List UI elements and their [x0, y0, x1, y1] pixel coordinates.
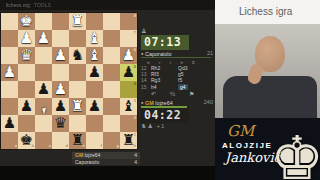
draw-offer-button[interactable]: ½	[170, 91, 175, 98]
black-pawn[interactable]: ♟	[18, 98, 35, 115]
square-e5[interactable]	[69, 64, 86, 81]
player-bottom-row[interactable]: ● GM lojze64 240	[141, 99, 215, 106]
square-b4[interactable]	[18, 81, 35, 98]
square-a8[interactable]	[1, 13, 18, 30]
player-bottom-name[interactable]: lojze64	[155, 100, 172, 106]
square-c1[interactable]: c	[35, 132, 52, 149]
white-queen[interactable]: ♛	[18, 47, 35, 64]
file-coordinate: c	[49, 144, 51, 148]
streamer-photo	[215, 24, 320, 118]
nav-menu-item[interactable]: TOOLS	[34, 0, 51, 10]
clock-bottom: 04:22	[141, 108, 189, 123]
chess-king-graphic: ♚	[270, 128, 320, 180]
move-black[interactable]: g4	[178, 84, 188, 90]
white-king[interactable]: ♚	[18, 13, 35, 30]
player-bottom-rating: 240	[204, 99, 213, 106]
square-f4[interactable]	[86, 81, 103, 98]
square-b6[interactable]: ♛	[18, 47, 35, 64]
score-row: Caporaiolo 4	[72, 159, 140, 166]
move-list[interactable]: 12Rh2Qd313Rf3g514Rg3f515h4g4	[141, 65, 213, 90]
captured-pieces-bottom: ♞♟ +1	[141, 123, 215, 130]
square-d6[interactable]: ♟	[52, 47, 69, 64]
rank-coordinate: 3	[134, 99, 136, 103]
black-queen[interactable]: ♛	[52, 115, 69, 132]
square-h2[interactable]: 2	[120, 115, 137, 132]
stream-title: Lichess igra	[239, 6, 292, 17]
move-white[interactable]: h4	[151, 84, 178, 90]
score-row-name: lojze64	[84, 152, 100, 158]
file-coordinate: g	[117, 144, 119, 148]
resign-flag-button[interactable]: ⚑	[189, 91, 194, 98]
square-h1[interactable]: ♜1h	[120, 132, 137, 149]
black-pawn[interactable]: ♟	[86, 64, 103, 81]
square-d3[interactable]: ♟	[52, 98, 69, 115]
square-e3[interactable]: ♜	[69, 98, 86, 115]
move-black[interactable]: f5	[178, 77, 205, 83]
square-g8[interactable]	[103, 13, 120, 30]
black-pawn[interactable]: ♟	[1, 115, 18, 132]
square-e1[interactable]: ♜e	[69, 132, 86, 149]
player-top-name[interactable]: Caporaiolo	[145, 51, 172, 57]
square-f1[interactable]: f	[86, 132, 103, 149]
player-top-rating: 21	[207, 50, 213, 57]
white-pawn[interactable]: ♟	[52, 81, 69, 98]
player-bottom-title: GM	[145, 100, 154, 106]
square-e4[interactable]	[69, 81, 86, 98]
lichess-logo[interactable]: lichess.org	[6, 0, 30, 10]
square-d7[interactable]	[52, 30, 69, 47]
square-a6[interactable]	[1, 47, 18, 64]
square-g7[interactable]	[103, 30, 120, 47]
square-c8[interactable]	[35, 13, 52, 30]
square-a4[interactable]	[1, 81, 18, 98]
banner-gm-title: GM	[227, 122, 254, 140]
black-pawn[interactable]: ♟	[35, 81, 52, 98]
square-b2[interactable]	[18, 115, 35, 132]
square-d5[interactable]	[52, 64, 69, 81]
square-b7[interactable]: ♟	[18, 30, 35, 47]
chess-board[interactable]: ♚♜8♟♟♝7♛♟♞♝♟6♟♟♟5♟♟4♟♟♜♟♝3♟♛2a♚bcd♜efg♜1…	[1, 13, 137, 149]
rank-coordinate: 7	[134, 31, 136, 35]
clock-top: 07:13	[141, 35, 189, 50]
square-a2[interactable]: ♟	[1, 115, 18, 132]
white-bishop[interactable]: ♝	[86, 47, 103, 64]
rank-coordinate: 4	[134, 82, 136, 86]
streamer-torso	[223, 76, 317, 122]
square-e2[interactable]	[69, 115, 86, 132]
square-g6[interactable]	[103, 47, 120, 64]
square-b5[interactable]	[18, 64, 35, 81]
square-g3[interactable]	[103, 98, 120, 115]
square-c4[interactable]: ♟	[35, 81, 52, 98]
score-row-score: 4	[134, 159, 137, 166]
white-pawn[interactable]: ♟	[1, 64, 18, 81]
square-a1[interactable]: a	[1, 132, 18, 149]
online-dot-icon: ●	[141, 51, 143, 56]
rank-coordinate: 6	[134, 48, 136, 52]
file-coordinate: d	[66, 144, 68, 148]
player-top-row[interactable]: ● Caporaiolo 21	[141, 50, 215, 57]
file-coordinate: a	[15, 144, 17, 148]
rank-coordinate: 1	[134, 133, 136, 137]
square-a3[interactable]	[1, 98, 18, 115]
captured-pieces-top: ♙	[141, 28, 215, 35]
rank-coordinate: 2	[134, 116, 136, 120]
square-h7[interactable]: 7	[120, 30, 137, 47]
file-coordinate: h	[134, 144, 136, 148]
square-a5[interactable]: ♟	[1, 64, 18, 81]
square-g5[interactable]	[103, 64, 120, 81]
square-d2[interactable]: ♛	[52, 115, 69, 132]
online-dot-icon: ●	[141, 100, 143, 105]
rank-coordinate: 8	[134, 14, 136, 18]
game-actions: ↶ ½ ⚑	[141, 90, 215, 99]
file-coordinate: b	[32, 144, 34, 148]
square-f6[interactable]: ♝	[86, 47, 103, 64]
white-pawn[interactable]: ♟	[18, 30, 35, 47]
rank-coordinate: 5	[134, 65, 136, 69]
square-e8[interactable]: ♜	[69, 13, 86, 30]
black-knight[interactable]: ♞	[69, 47, 86, 64]
square-h6[interactable]: ♟6	[120, 47, 137, 64]
white-rook[interactable]: ♜	[69, 13, 86, 30]
square-e6[interactable]: ♞	[69, 47, 86, 64]
square-h4[interactable]: 4	[120, 81, 137, 98]
square-h3[interactable]: ♝3	[120, 98, 137, 115]
square-f8[interactable]	[86, 13, 103, 30]
white-pawn[interactable]: ♟	[35, 30, 52, 47]
file-coordinate: f	[101, 144, 102, 148]
square-c6[interactable]	[35, 47, 52, 64]
black-pawn[interactable]: ♟	[52, 98, 69, 115]
banner-first-name: ALOJZIJE	[222, 141, 272, 150]
square-f7[interactable]: ♝	[86, 30, 103, 47]
match-score-table: GM lojze64 4 Caporaiolo 4	[72, 152, 140, 165]
square-g4[interactable]	[103, 81, 120, 98]
webcam-overlay: Lichess igra GM ALOJZIJE Janković ♚	[215, 0, 320, 180]
square-c5[interactable]	[35, 64, 52, 81]
square-b8[interactable]: ♚	[18, 13, 35, 30]
takeback-button[interactable]: ↶	[151, 91, 156, 98]
square-g1[interactable]: g	[103, 132, 120, 149]
screenshot: lichess.org TOOLS ♚♜8♟♟♝7♛♟♞♝♟6♟♟♟5♟♟4♟♟…	[0, 0, 320, 180]
white-rook[interactable]: ♜	[69, 98, 86, 115]
square-h8[interactable]: 8	[120, 13, 137, 30]
square-b1[interactable]: ♚b	[18, 132, 35, 149]
game-side-panel: ♙ 07:13 ● Caporaiolo 21 « ‹ › » ≡ 12Rh2Q…	[141, 28, 215, 140]
score-row-title: GM	[75, 152, 83, 158]
square-g2[interactable]	[103, 115, 120, 132]
move-number: 15	[141, 84, 151, 90]
square-d1[interactable]: d	[52, 132, 69, 149]
file-coordinate: e	[83, 144, 85, 148]
square-c2[interactable]	[35, 115, 52, 132]
black-pawn[interactable]: ♟	[86, 98, 103, 115]
square-a7[interactable]	[1, 30, 18, 47]
square-f2[interactable]	[86, 115, 103, 132]
white-pawn[interactable]: ♟	[52, 47, 69, 64]
square-e7[interactable]	[69, 30, 86, 47]
letterbox-strip	[0, 166, 215, 180]
square-f3[interactable]: ♟	[86, 98, 103, 115]
square-f5[interactable]: ♟	[86, 64, 103, 81]
score-row-name: Caporaiolo	[75, 159, 99, 165]
square-d8[interactable]	[52, 13, 69, 30]
square-d4[interactable]: ♟	[52, 81, 69, 98]
stream-header: Lichess igra	[215, 0, 320, 24]
white-bishop[interactable]: ♝	[86, 30, 103, 47]
square-c7[interactable]: ♟	[35, 30, 52, 47]
square-b3[interactable]: ♟	[18, 98, 35, 115]
square-h5[interactable]: ♟5	[120, 64, 137, 81]
move-nav-bar: « ‹ › » ≡	[141, 58, 215, 65]
